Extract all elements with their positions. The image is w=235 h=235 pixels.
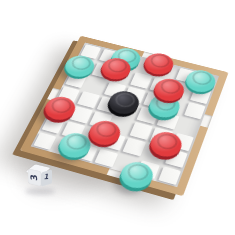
product-photo: 3 1 bbox=[0, 0, 235, 235]
raised-tile bbox=[184, 102, 206, 119]
raised-tile bbox=[123, 138, 146, 157]
die-right-face: 1 bbox=[41, 169, 52, 186]
raised-tile bbox=[94, 149, 118, 168]
disc-ring-detail bbox=[190, 69, 214, 87]
disc-ring-detail bbox=[148, 53, 172, 70]
raised-tile bbox=[33, 132, 57, 150]
disc-ring-detail bbox=[63, 132, 89, 152]
disc-ring-detail bbox=[158, 78, 182, 96]
disc-ring-detail bbox=[93, 120, 119, 139]
dice[interactable]: 3 1 bbox=[27, 164, 59, 198]
raised-tile bbox=[158, 166, 182, 186]
raised-tile bbox=[77, 91, 100, 108]
disc-ring-detail bbox=[154, 131, 179, 151]
scene bbox=[0, 0, 235, 235]
raised-tile bbox=[130, 122, 153, 140]
disc-ring-detail bbox=[49, 96, 75, 115]
disc-teal[interactable] bbox=[115, 162, 155, 195]
disc-ring-detail bbox=[125, 162, 151, 183]
disc-teal[interactable] bbox=[60, 55, 97, 82]
die-right-value: 1 bbox=[39, 170, 52, 184]
die-shadow bbox=[25, 188, 55, 195]
disc-ring-detail bbox=[112, 90, 137, 108]
